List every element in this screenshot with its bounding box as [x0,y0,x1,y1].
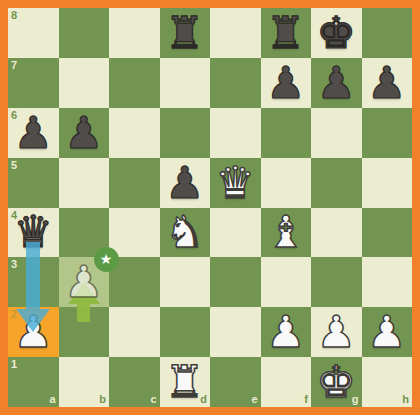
rank-label-7: 7 [11,60,17,71]
square-b5[interactable] [59,158,110,208]
square-b6[interactable]: ♟ [59,108,110,158]
square-a2-threat-target-highlight[interactable]: 2♟ [8,307,59,357]
file-label-h: h [402,394,409,405]
white-knight-d4[interactable]: ♞ [160,208,211,258]
square-a3[interactable]: 3 [8,257,59,307]
square-d8[interactable]: ♜ [160,8,211,58]
rank-label-8: 8 [11,10,17,21]
square-e8[interactable] [210,8,261,58]
white-pawn-h2[interactable]: ♟ [362,307,413,357]
file-label-a: a [49,394,55,405]
square-f7[interactable]: ♟ [261,58,312,108]
square-d1[interactable]: d♜ [160,357,211,407]
square-d7[interactable] [160,58,211,108]
square-c4[interactable] [109,208,160,258]
square-a7[interactable]: 7 [8,58,59,108]
chess-board[interactable]: 8♜♜♚7♟♟♟6♟♟5♟♛4♛♞♝3♟2♟♟♟♟1abcd♜efg♚h★ [8,8,412,407]
white-pawn-g2[interactable]: ♟ [311,307,362,357]
square-f2[interactable]: ♟ [261,307,312,357]
white-rook-d1[interactable]: ♜ [160,357,211,407]
white-queen-e5[interactable]: ♛ [210,158,261,208]
white-pawn-a2[interactable]: ♟ [8,307,59,357]
rank-label-3: 3 [11,259,17,270]
square-g7[interactable]: ♟ [311,58,362,108]
square-c5[interactable] [109,158,160,208]
square-e2[interactable] [210,307,261,357]
square-h4[interactable] [362,208,413,258]
square-f6[interactable] [261,108,312,158]
black-rook-f8[interactable]: ♜ [261,8,312,58]
square-h2[interactable]: ♟ [362,307,413,357]
square-g5[interactable] [311,158,362,208]
black-pawn-a6[interactable]: ♟ [8,108,59,158]
rank-label-5: 5 [11,160,17,171]
square-g6[interactable] [311,108,362,158]
square-g8[interactable]: ♚ [311,8,362,58]
square-a8[interactable]: 8 [8,8,59,58]
square-f8[interactable]: ♜ [261,8,312,58]
square-g4[interactable] [311,208,362,258]
file-label-f: f [304,394,308,405]
square-a6[interactable]: 6♟ [8,108,59,158]
square-a5[interactable]: 5 [8,158,59,208]
file-label-c: c [150,394,156,405]
square-e1[interactable]: e [210,357,261,407]
black-queen-a4[interactable]: ♛ [8,208,59,258]
square-h5[interactable] [362,158,413,208]
square-e4[interactable] [210,208,261,258]
square-d4[interactable]: ♞ [160,208,211,258]
white-pawn-f2[interactable]: ♟ [261,307,312,357]
black-pawn-f7[interactable]: ♟ [261,58,312,108]
square-f1[interactable]: f [261,357,312,407]
square-g3[interactable] [311,257,362,307]
square-b8[interactable] [59,8,110,58]
square-c6[interactable] [109,108,160,158]
black-pawn-b6[interactable]: ♟ [59,108,110,158]
square-e3[interactable] [210,257,261,307]
goal-star-badge: ★ [94,247,119,272]
square-d3[interactable] [160,257,211,307]
square-b2[interactable] [59,307,110,357]
square-h6[interactable] [362,108,413,158]
square-d6[interactable] [160,108,211,158]
file-label-b: b [99,394,106,405]
square-h7[interactable]: ♟ [362,58,413,108]
square-c1[interactable]: c [109,357,160,407]
file-label-e: e [251,394,257,405]
square-g2[interactable]: ♟ [311,307,362,357]
square-h8[interactable] [362,8,413,58]
black-pawn-h7[interactable]: ♟ [362,58,413,108]
square-g1[interactable]: g♚ [311,357,362,407]
rank-label-1: 1 [11,359,17,370]
white-king-g1[interactable]: ♚ [311,357,362,407]
square-e5[interactable]: ♛ [210,158,261,208]
square-a1[interactable]: 1a [8,357,59,407]
square-b1[interactable]: b [59,357,110,407]
square-e7[interactable] [210,58,261,108]
square-h1[interactable]: h [362,357,413,407]
square-f5[interactable] [261,158,312,208]
square-d2[interactable] [160,307,211,357]
white-bishop-f4[interactable]: ♝ [261,208,312,258]
square-c2[interactable] [109,307,160,357]
square-b7[interactable] [59,58,110,108]
square-c7[interactable] [109,58,160,108]
black-king-g8[interactable]: ♚ [311,8,362,58]
square-a4[interactable]: 4♛ [8,208,59,258]
board-frame: 8♜♜♚7♟♟♟6♟♟5♟♛4♛♞♝3♟2♟♟♟♟1abcd♜efg♚h★ [0,0,420,415]
black-pawn-d5[interactable]: ♟ [160,158,211,208]
square-c8[interactable] [109,8,160,58]
square-h3[interactable] [362,257,413,307]
square-d5[interactable]: ♟ [160,158,211,208]
square-f3[interactable] [261,257,312,307]
square-f4[interactable]: ♝ [261,208,312,258]
black-pawn-g7[interactable]: ♟ [311,58,362,108]
black-rook-d8[interactable]: ♜ [160,8,211,58]
square-e6[interactable] [210,108,261,158]
